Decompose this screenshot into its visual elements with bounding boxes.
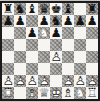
square-f6[interactable]	[62, 27, 74, 39]
black-pawn: ♟	[74, 15, 86, 27]
black-pawn: ♟	[2, 15, 14, 27]
black-queen: ♛	[38, 3, 50, 15]
white-rook: ♜♖	[86, 87, 98, 99]
square-h6[interactable]	[86, 27, 98, 39]
square-c4[interactable]	[26, 51, 38, 63]
square-c7[interactable]	[26, 15, 38, 27]
square-c2[interactable]: ♟♙	[26, 75, 38, 87]
square-f2[interactable]: ♟♙	[62, 75, 74, 87]
square-c1[interactable]: ♝♗	[26, 87, 38, 99]
square-e8[interactable]: ♚	[50, 3, 62, 15]
white-pawn: ♟♙	[86, 75, 98, 87]
square-e1[interactable]: ♚♔	[50, 87, 62, 99]
black-rook: ♜	[86, 3, 98, 15]
square-a5[interactable]	[2, 39, 14, 51]
chess-diagram: ♜♞♝♛♚♝♜♟♟♟♞♟♟♟♟♞♘♟♟♙♟♙♟♙♟♙♟♙♟♙♟♙♟♙♜♖♝♗♛♕…	[0, 0, 100, 102]
square-c5[interactable]	[26, 39, 38, 51]
white-queen: ♛♕	[38, 87, 50, 99]
black-pawn: ♟	[38, 15, 50, 27]
square-d8[interactable]: ♛	[38, 3, 50, 15]
black-knight: ♞	[50, 15, 62, 27]
square-a2[interactable]: ♟♙	[2, 75, 14, 87]
square-h7[interactable]: ♟	[86, 15, 98, 27]
square-f1[interactable]: ♝♗	[62, 87, 74, 99]
board-frame: ♜♞♝♛♚♝♜♟♟♟♞♟♟♟♟♞♘♟♟♙♟♙♟♙♟♙♟♙♟♙♟♙♟♙♜♖♝♗♛♕…	[0, 1, 100, 101]
square-h5[interactable]	[86, 39, 98, 51]
square-h3[interactable]	[86, 63, 98, 75]
black-king: ♚	[50, 3, 62, 15]
square-e7[interactable]: ♞	[50, 15, 62, 27]
square-d4[interactable]	[38, 51, 50, 63]
black-pawn: ♟	[86, 15, 98, 27]
square-f5[interactable]	[62, 39, 74, 51]
white-pawn: ♟♙	[14, 75, 26, 87]
square-g6[interactable]	[74, 27, 86, 39]
white-king: ♚♔	[50, 87, 62, 99]
square-f8[interactable]: ♝	[62, 3, 74, 15]
square-f4[interactable]	[62, 51, 74, 63]
square-g4[interactable]	[74, 51, 86, 63]
square-f3[interactable]	[62, 63, 74, 75]
square-e3[interactable]	[50, 63, 62, 75]
black-bishop: ♝	[26, 3, 38, 15]
white-bishop: ♝♗	[26, 87, 38, 99]
square-a1[interactable]: ♜♖	[2, 87, 14, 99]
square-b5[interactable]	[14, 39, 26, 51]
square-a8[interactable]: ♜	[2, 3, 14, 15]
square-e4[interactable]: ♟♙	[50, 51, 62, 63]
square-g3[interactable]	[74, 63, 86, 75]
black-pawn: ♟	[62, 15, 74, 27]
white-pawn: ♟♙	[26, 75, 38, 87]
square-h1[interactable]: ♜♖	[86, 87, 98, 99]
square-b1[interactable]	[14, 87, 26, 99]
square-b4[interactable]	[14, 51, 26, 63]
square-e2[interactable]	[50, 75, 62, 87]
square-h4[interactable]	[86, 51, 98, 63]
black-pawn: ♟	[26, 27, 38, 39]
white-pawn: ♟♙	[62, 75, 74, 87]
square-a3[interactable]	[2, 63, 14, 75]
square-d6[interactable]: ♞♘	[38, 27, 50, 39]
white-rook: ♜♖	[2, 87, 14, 99]
white-knight: ♞♘	[74, 87, 86, 99]
square-g7[interactable]: ♟	[74, 15, 86, 27]
square-g5[interactable]	[74, 39, 86, 51]
square-b7[interactable]: ♟	[14, 15, 26, 27]
square-d1[interactable]: ♛♕	[38, 87, 50, 99]
square-g2[interactable]: ♟♙	[74, 75, 86, 87]
square-g1[interactable]: ♞♘	[74, 87, 86, 99]
white-pawn: ♟♙	[2, 75, 14, 87]
white-pawn: ♟♙	[38, 75, 50, 87]
square-c6[interactable]: ♟	[26, 27, 38, 39]
square-e6[interactable]: ♟	[50, 27, 62, 39]
black-bishop: ♝	[62, 3, 74, 15]
square-b8[interactable]: ♞	[14, 3, 26, 15]
square-a7[interactable]: ♟	[2, 15, 14, 27]
white-knight: ♞♘	[38, 27, 50, 39]
square-d3[interactable]	[38, 63, 50, 75]
square-h8[interactable]: ♜	[86, 3, 98, 15]
square-a4[interactable]	[2, 51, 14, 63]
square-e5[interactable]	[50, 39, 62, 51]
square-h2[interactable]: ♟♙	[86, 75, 98, 87]
chess-board: ♜♞♝♛♚♝♜♟♟♟♞♟♟♟♟♞♘♟♟♙♟♙♟♙♟♙♟♙♟♙♟♙♟♙♜♖♝♗♛♕…	[2, 3, 98, 99]
black-knight: ♞	[14, 3, 26, 15]
square-c8[interactable]: ♝	[26, 3, 38, 15]
square-b2[interactable]: ♟♙	[14, 75, 26, 87]
square-d7[interactable]: ♟	[38, 15, 50, 27]
white-pawn: ♟♙	[50, 51, 62, 63]
black-pawn: ♟	[14, 15, 26, 27]
square-d5[interactable]	[38, 39, 50, 51]
black-pawn: ♟	[50, 27, 62, 39]
square-f7[interactable]: ♟	[62, 15, 74, 27]
square-b3[interactable]	[14, 63, 26, 75]
square-g8[interactable]	[74, 3, 86, 15]
white-bishop: ♝♗	[62, 87, 74, 99]
square-b6[interactable]	[14, 27, 26, 39]
square-a6[interactable]	[2, 27, 14, 39]
square-d2[interactable]: ♟♙	[38, 75, 50, 87]
white-pawn: ♟♙	[74, 75, 86, 87]
square-c3[interactable]	[26, 63, 38, 75]
black-rook: ♜	[2, 3, 14, 15]
